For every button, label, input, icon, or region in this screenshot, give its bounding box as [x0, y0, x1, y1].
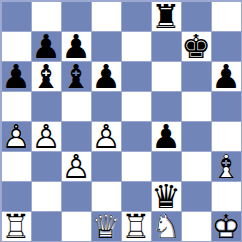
square-e7[interactable] — [121, 31, 151, 61]
chessboard: ♜♟♟♚♟♝♝♟♟♟♙♟♙♟♙♟♟♙♝♗♛♜♖♛♕♜♖♞♘♚♔ — [0, 0, 242, 242]
piece-black-bishop[interactable]: ♝ — [31, 61, 61, 91]
square-a7[interactable] — [1, 31, 31, 61]
square-f6[interactable] — [151, 61, 181, 91]
square-d7[interactable] — [91, 31, 121, 61]
square-e5[interactable] — [121, 91, 151, 121]
square-d8[interactable] — [91, 1, 121, 31]
square-b2[interactable] — [31, 181, 61, 211]
square-g3[interactable] — [181, 151, 211, 181]
square-d4[interactable]: ♟♙ — [91, 121, 121, 151]
square-f5[interactable] — [151, 91, 181, 121]
square-e3[interactable] — [121, 151, 151, 181]
piece-black-pawn[interactable]: ♟ — [151, 121, 181, 151]
square-b4[interactable]: ♟♙ — [31, 121, 61, 151]
square-c5[interactable] — [61, 91, 91, 121]
piece-white-queen[interactable]: ♕ — [91, 211, 121, 241]
square-d2[interactable] — [91, 181, 121, 211]
square-h4[interactable] — [211, 121, 241, 151]
square-g8[interactable] — [181, 1, 211, 31]
piece-black-pawn[interactable]: ♟ — [1, 61, 31, 91]
piece-black-pawn[interactable]: ♟ — [61, 31, 91, 61]
piece-black-pawn[interactable]: ♟ — [91, 61, 121, 91]
square-g4[interactable] — [181, 121, 211, 151]
square-f3[interactable] — [151, 151, 181, 181]
piece-white-king-fill: ♚ — [211, 211, 241, 241]
piece-white-bishop-fill: ♝ — [211, 151, 241, 181]
piece-white-knight[interactable]: ♘ — [151, 211, 181, 241]
piece-black-rook[interactable]: ♜ — [151, 1, 181, 31]
square-c6[interactable]: ♝ — [61, 61, 91, 91]
square-e2[interactable] — [121, 181, 151, 211]
piece-black-queen[interactable]: ♛ — [151, 181, 181, 211]
piece-white-rook-fill: ♜ — [1, 211, 31, 241]
square-d6[interactable]: ♟ — [91, 61, 121, 91]
square-c2[interactable] — [61, 181, 91, 211]
square-g7[interactable]: ♚ — [181, 31, 211, 61]
square-f8[interactable]: ♜ — [151, 1, 181, 31]
square-g6[interactable] — [181, 61, 211, 91]
square-b7[interactable]: ♟ — [31, 31, 61, 61]
square-b8[interactable] — [31, 1, 61, 31]
piece-white-pawn[interactable]: ♙ — [31, 121, 61, 151]
piece-white-pawn[interactable]: ♙ — [61, 151, 91, 181]
square-a6[interactable]: ♟ — [1, 61, 31, 91]
square-b5[interactable] — [31, 91, 61, 121]
square-f1[interactable]: ♞♘ — [151, 211, 181, 241]
piece-black-bishop[interactable]: ♝ — [61, 61, 91, 91]
piece-white-pawn-fill: ♟ — [31, 121, 61, 151]
piece-white-rook-fill: ♜ — [121, 211, 151, 241]
square-h7[interactable] — [211, 31, 241, 61]
square-h3[interactable]: ♝♗ — [211, 151, 241, 181]
square-g5[interactable] — [181, 91, 211, 121]
square-a2[interactable] — [1, 181, 31, 211]
square-a4[interactable]: ♟♙ — [1, 121, 31, 151]
square-f7[interactable] — [151, 31, 181, 61]
square-h1[interactable]: ♚♔ — [211, 211, 241, 241]
square-h6[interactable]: ♟ — [211, 61, 241, 91]
square-b6[interactable]: ♝ — [31, 61, 61, 91]
square-c8[interactable] — [61, 1, 91, 31]
square-a1[interactable]: ♜♖ — [1, 211, 31, 241]
square-h2[interactable] — [211, 181, 241, 211]
square-g2[interactable] — [181, 181, 211, 211]
piece-black-pawn[interactable]: ♟ — [211, 61, 241, 91]
piece-white-pawn[interactable]: ♙ — [1, 121, 31, 151]
square-b3[interactable] — [31, 151, 61, 181]
piece-white-bishop[interactable]: ♗ — [211, 151, 241, 181]
piece-white-king[interactable]: ♔ — [211, 211, 241, 241]
piece-white-pawn-fill: ♟ — [61, 151, 91, 181]
square-d5[interactable] — [91, 91, 121, 121]
piece-white-rook[interactable]: ♖ — [1, 211, 31, 241]
square-h8[interactable] — [211, 1, 241, 31]
square-e6[interactable] — [121, 61, 151, 91]
piece-black-pawn[interactable]: ♟ — [31, 31, 61, 61]
square-b1[interactable] — [31, 211, 61, 241]
piece-white-rook[interactable]: ♖ — [121, 211, 151, 241]
square-a3[interactable] — [1, 151, 31, 181]
square-c3[interactable]: ♟♙ — [61, 151, 91, 181]
square-c4[interactable] — [61, 121, 91, 151]
square-g1[interactable] — [181, 211, 211, 241]
square-a5[interactable] — [1, 91, 31, 121]
piece-white-pawn[interactable]: ♙ — [91, 121, 121, 151]
piece-white-knight-fill: ♞ — [151, 211, 181, 241]
square-f4[interactable]: ♟ — [151, 121, 181, 151]
square-e4[interactable] — [121, 121, 151, 151]
square-e8[interactable] — [121, 1, 151, 31]
square-f2[interactable]: ♛ — [151, 181, 181, 211]
square-c7[interactable]: ♟ — [61, 31, 91, 61]
square-d3[interactable] — [91, 151, 121, 181]
square-e1[interactable]: ♜♖ — [121, 211, 151, 241]
piece-white-pawn-fill: ♟ — [91, 121, 121, 151]
square-a8[interactable] — [1, 1, 31, 31]
piece-black-king[interactable]: ♚ — [181, 31, 211, 61]
square-d1[interactable]: ♛♕ — [91, 211, 121, 241]
square-h5[interactable] — [211, 91, 241, 121]
piece-white-queen-fill: ♛ — [91, 211, 121, 241]
piece-white-pawn-fill: ♟ — [1, 121, 31, 151]
square-c1[interactable] — [61, 211, 91, 241]
